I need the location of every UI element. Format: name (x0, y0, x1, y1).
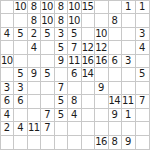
cell-r3c7-empty[interactable] (82, 28, 95, 41)
cell-r8c4-empty[interactable] (41, 95, 54, 108)
cell-r7c10-empty[interactable] (122, 82, 135, 95)
cell-r10c11-empty[interactable] (136, 122, 149, 135)
cell-r9c5-given-5[interactable]: 5 (55, 109, 68, 122)
cell-r7c6-empty[interactable] (68, 82, 81, 95)
cell-r7c7-empty[interactable] (82, 82, 95, 95)
cell-r1c1-empty[interactable] (1, 1, 14, 14)
cell-r11c4-empty[interactable] (41, 136, 54, 149)
cell-r3c3-given-2[interactable]: 2 (28, 28, 41, 41)
cell-r8c7-empty[interactable] (82, 95, 95, 108)
cell-r3c11-given-3[interactable]: 3 (136, 28, 149, 41)
cell-r5c10-given-3[interactable]: 3 (122, 55, 135, 68)
cell-r11c3-empty[interactable] (28, 136, 41, 149)
cell-r1c11-given-1[interactable]: 1 (136, 1, 149, 14)
cell-r5c11-empty[interactable] (136, 55, 149, 68)
cell-r6c1-empty[interactable] (1, 68, 14, 81)
cell-r4c11-given-4[interactable]: 4 (136, 41, 149, 54)
cell-r1c3-given-8[interactable]: 8 (28, 1, 41, 14)
cell-r6c10-empty[interactable] (122, 68, 135, 81)
cell-r2c10-empty[interactable] (122, 14, 135, 27)
cell-r10c6-empty[interactable] (68, 122, 81, 135)
cell-r3c2-given-5[interactable]: 5 (14, 28, 27, 41)
cell-r10c4-given-7[interactable]: 7 (41, 122, 54, 135)
cell-r10c2-given-4[interactable]: 4 (14, 122, 27, 135)
cell-r8c8-empty[interactable] (95, 95, 108, 108)
cell-r5c8-given-16[interactable]: 16 (95, 55, 108, 68)
cell-r7c4-empty[interactable] (41, 82, 54, 95)
cell-r3c5-given-3[interactable]: 3 (55, 28, 68, 41)
cell-r4c6-given-7[interactable]: 7 (68, 41, 81, 54)
cell-r6c7-given-14[interactable]: 14 (82, 68, 95, 81)
cell-r9c10-given-1[interactable]: 1 (122, 109, 135, 122)
cell-r9c8-empty[interactable] (95, 109, 108, 122)
cell-r7c11-empty[interactable] (136, 82, 149, 95)
cell-r2c2-empty[interactable] (14, 14, 27, 27)
cell-r2c11-empty[interactable] (136, 14, 149, 27)
cell-r6c9-empty[interactable] (109, 68, 122, 81)
cell-r2c9-given-8[interactable]: 8 (109, 14, 122, 27)
cell-r8c9-given-14[interactable]: 14 (109, 95, 122, 108)
cell-r9c1-given-4[interactable]: 4 (1, 109, 14, 122)
cell-r4c3-given-4[interactable]: 4 (28, 41, 41, 54)
cell-r11c1-empty[interactable] (1, 136, 14, 149)
cell-r10c10-empty[interactable] (122, 122, 135, 135)
cell-r10c8-empty[interactable] (95, 122, 108, 135)
cell-r2c6-given-10[interactable]: 10 (68, 14, 81, 27)
cell-r7c8-given-9[interactable]: 9 (95, 82, 108, 95)
cell-r11c9-given-8[interactable]: 8 (109, 136, 122, 149)
cell-r5c7-given-16[interactable]: 16 (82, 55, 95, 68)
cell-r4c5-given-5[interactable]: 5 (55, 41, 68, 54)
puzzle-window: 1081081015118108108452535103457121241091… (0, 0, 150, 150)
cell-r6c8-empty[interactable] (95, 68, 108, 81)
cell-r11c2-empty[interactable] (14, 136, 27, 149)
cell-r1c5-given-8[interactable]: 8 (55, 1, 68, 14)
cell-r3c9-empty[interactable] (109, 28, 122, 41)
cell-r1c6-given-10[interactable]: 10 (68, 1, 81, 14)
cell-r7c2-given-3[interactable]: 3 (14, 82, 27, 95)
cell-r2c3-given-8[interactable]: 8 (28, 14, 41, 27)
cell-r3c10-empty[interactable] (122, 28, 135, 41)
cell-r9c6-given-4[interactable]: 4 (68, 109, 81, 122)
cell-r5c3-empty[interactable] (28, 55, 41, 68)
cell-r8c3-empty[interactable] (28, 95, 41, 108)
cell-r5c5-given-9[interactable]: 9 (55, 55, 68, 68)
cell-r1c4-given-10[interactable]: 10 (41, 1, 54, 14)
cell-r5c9-given-6[interactable]: 6 (109, 55, 122, 68)
cell-r8c1-given-6[interactable]: 6 (1, 95, 14, 108)
cell-r5c6-given-11[interactable]: 11 (68, 55, 81, 68)
cell-r2c5-given-8[interactable]: 8 (55, 14, 68, 27)
cell-r2c7-empty[interactable] (82, 14, 95, 27)
cell-r4c4-empty[interactable] (41, 41, 54, 54)
cell-r9c3-empty[interactable] (28, 109, 41, 122)
cell-r8c10-given-11[interactable]: 11 (122, 95, 135, 108)
cell-r2c1-empty[interactable] (1, 14, 14, 27)
cell-r6c5-empty[interactable] (55, 68, 68, 81)
cell-r11c11-empty[interactable] (136, 136, 149, 149)
cell-r1c9-empty[interactable] (109, 1, 122, 14)
cell-r1c2-given-10[interactable]: 10 (14, 1, 27, 14)
cell-r4c2-empty[interactable] (14, 41, 27, 54)
cell-r10c1-given-2[interactable]: 2 (1, 122, 14, 135)
cell-r1c7-given-15[interactable]: 15 (82, 1, 95, 14)
cell-r8c5-given-5[interactable]: 5 (55, 95, 68, 108)
cell-r10c5-empty[interactable] (55, 122, 68, 135)
cell-r7c1-given-3[interactable]: 3 (1, 82, 14, 95)
cell-r10c7-empty[interactable] (82, 122, 95, 135)
cell-r6c6-given-6[interactable]: 6 (68, 68, 81, 81)
cell-r11c8-given-16[interactable]: 16 (95, 136, 108, 149)
cell-r2c8-empty[interactable] (95, 14, 108, 27)
cell-r5c1-given-10[interactable]: 10 (1, 55, 14, 68)
cell-r9c9-given-9[interactable]: 9 (109, 109, 122, 122)
cell-r8c6-given-8[interactable]: 8 (68, 95, 81, 108)
cell-r5c2-empty[interactable] (14, 55, 27, 68)
cell-r2c4-given-10[interactable]: 10 (41, 14, 54, 27)
cell-r1c10-given-1[interactable]: 1 (122, 1, 135, 14)
cell-r10c3-given-11[interactable]: 11 (28, 122, 41, 135)
cell-r6c11-given-5[interactable]: 5 (136, 68, 149, 81)
filling-puzzle-board: 1081081015118108108452535103457121241091… (0, 0, 150, 150)
cell-r6c3-given-9[interactable]: 9 (28, 68, 41, 81)
cell-r4c8-given-12[interactable]: 12 (95, 41, 108, 54)
cell-r9c4-given-7[interactable]: 7 (41, 109, 54, 122)
cell-r11c7-empty[interactable] (82, 136, 95, 149)
cell-r4c9-empty[interactable] (109, 41, 122, 54)
cell-r9c2-empty[interactable] (14, 109, 27, 122)
cell-r11c5-empty[interactable] (55, 136, 68, 149)
cell-r6c4-given-5[interactable]: 5 (41, 68, 54, 81)
cell-r7c3-empty[interactable] (28, 82, 41, 95)
cell-r7c5-given-7[interactable]: 7 (55, 82, 68, 95)
cell-r9c11-empty[interactable] (136, 109, 149, 122)
cell-r4c1-empty[interactable] (1, 41, 14, 54)
cell-r5c4-empty[interactable] (41, 55, 54, 68)
cell-r9c7-empty[interactable] (82, 109, 95, 122)
cell-r10c9-empty[interactable] (109, 122, 122, 135)
cell-r3c6-given-5[interactable]: 5 (68, 28, 81, 41)
cell-r11c10-given-9[interactable]: 9 (122, 136, 135, 149)
cell-r7c9-empty[interactable] (109, 82, 122, 95)
cell-r4c7-given-12[interactable]: 12 (82, 41, 95, 54)
cell-r8c2-given-6[interactable]: 6 (14, 95, 27, 108)
cell-r1c8-empty[interactable] (95, 1, 108, 14)
cell-r6c2-given-5[interactable]: 5 (14, 68, 27, 81)
cell-r4c10-empty[interactable] (122, 41, 135, 54)
cell-r3c8-given-10[interactable]: 10 (95, 28, 108, 41)
cell-r3c4-given-5[interactable]: 5 (41, 28, 54, 41)
cell-r3c1-given-4[interactable]: 4 (1, 28, 14, 41)
cell-r8c11-given-7[interactable]: 7 (136, 95, 149, 108)
cell-r11c6-empty[interactable] (68, 136, 81, 149)
